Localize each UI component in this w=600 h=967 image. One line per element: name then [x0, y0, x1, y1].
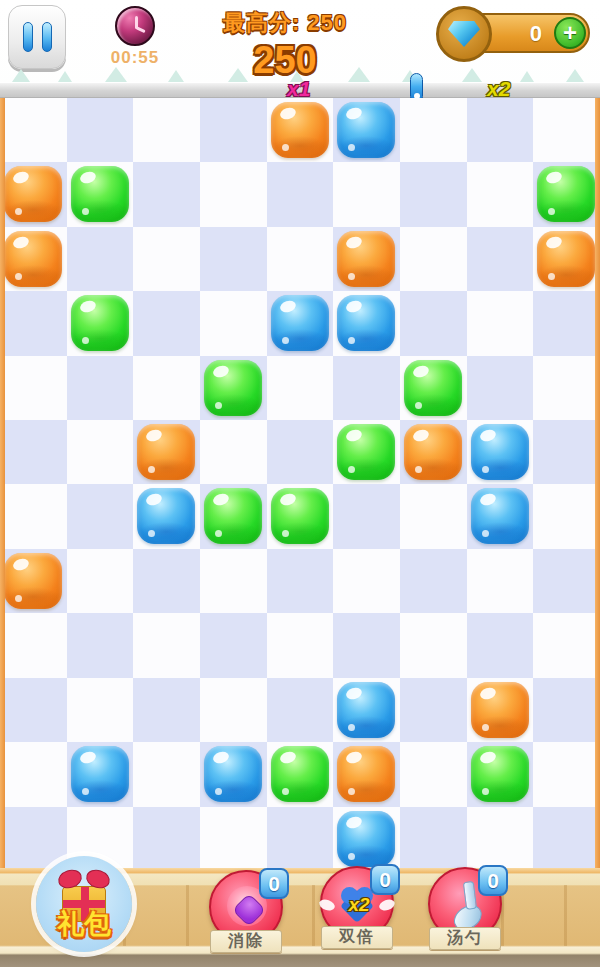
- add-gems-button[interactable]: +: [554, 17, 586, 49]
- board-cell: [133, 484, 200, 548]
- board-cell: [67, 420, 134, 484]
- double-label: 双倍: [321, 926, 393, 949]
- board-cell: [200, 807, 267, 871]
- board-cell: [0, 742, 67, 806]
- board-cell: [467, 484, 534, 548]
- piece-blue[interactable]: [471, 488, 529, 544]
- board-cell: [333, 484, 400, 548]
- board-cell: [467, 678, 534, 742]
- piece-blue[interactable]: [204, 746, 262, 802]
- board-cell: [0, 613, 67, 677]
- board-cell: [0, 291, 67, 355]
- board-cell: [0, 227, 67, 291]
- board-cell: [467, 420, 534, 484]
- board-cell: [400, 227, 467, 291]
- piece-green[interactable]: [71, 295, 129, 351]
- board-cell: [400, 356, 467, 420]
- board-cell: [533, 613, 600, 677]
- board-cell: [533, 98, 600, 162]
- piece-blue[interactable]: [137, 488, 195, 544]
- board-cell: [267, 291, 334, 355]
- board-cell: [267, 549, 334, 613]
- board-cell: [333, 807, 400, 871]
- board-cell: [200, 613, 267, 677]
- board-cell: [133, 549, 200, 613]
- board-cell: [400, 742, 467, 806]
- board-cell: [133, 356, 200, 420]
- board-cell: [133, 807, 200, 871]
- board-cell: [200, 356, 267, 420]
- double-count-badge: 0: [370, 864, 400, 895]
- board-cell: [200, 227, 267, 291]
- board-cell: [267, 98, 334, 162]
- piece-blue[interactable]: [71, 746, 129, 802]
- board-cell: [133, 613, 200, 677]
- board-cell: [467, 549, 534, 613]
- board-cell: [200, 98, 267, 162]
- board-cell: [400, 291, 467, 355]
- board-cell: [400, 420, 467, 484]
- piece-orange[interactable]: [337, 231, 395, 287]
- multiplier-bar: x1 x2: [0, 82, 600, 98]
- piece-green[interactable]: [271, 746, 329, 802]
- board-cell: [200, 742, 267, 806]
- board-cell: [533, 162, 600, 226]
- piece-blue[interactable]: [337, 102, 395, 158]
- board-cell: [200, 549, 267, 613]
- gift-label: 礼包: [36, 906, 132, 942]
- board-cell: [467, 807, 534, 871]
- piece-green[interactable]: [204, 360, 262, 416]
- board-cell: [67, 484, 134, 548]
- board-cell: [0, 98, 67, 162]
- board-cell: [333, 678, 400, 742]
- board-cell: [467, 162, 534, 226]
- piece-blue[interactable]: [337, 811, 395, 867]
- pause-button[interactable]: [8, 5, 66, 69]
- board-cell: [133, 162, 200, 226]
- board-cell: [267, 742, 334, 806]
- powerup-double: x2 0 双倍: [320, 866, 394, 949]
- gem-counter: 0 +: [452, 13, 590, 53]
- board-cell: [133, 98, 200, 162]
- board-cell: [200, 678, 267, 742]
- board-cell: [467, 356, 534, 420]
- board-cell: [467, 613, 534, 677]
- board-cell: [467, 227, 534, 291]
- double-x2-text: x2: [322, 894, 396, 916]
- board-cell: [67, 678, 134, 742]
- board-cell: [333, 356, 400, 420]
- powerup-eliminate: 0 消除: [209, 870, 283, 953]
- piece-blue[interactable]: [337, 682, 395, 738]
- board-cell: [267, 356, 334, 420]
- piece-orange[interactable]: [404, 424, 462, 480]
- board-cell: [67, 549, 134, 613]
- board-frame-left: [0, 98, 5, 871]
- board-cell: [267, 227, 334, 291]
- piece-orange[interactable]: [4, 166, 62, 222]
- board-cell: [67, 227, 134, 291]
- board-cell: [200, 420, 267, 484]
- timer-widget: 00:55: [99, 6, 171, 68]
- piece-blue[interactable]: [271, 295, 329, 351]
- board-cell: [333, 420, 400, 484]
- board-cell: [533, 484, 600, 548]
- piece-orange[interactable]: [537, 231, 595, 287]
- board-cell: [133, 227, 200, 291]
- board-cell: [333, 98, 400, 162]
- board-cell: [533, 807, 600, 871]
- board-cell: [133, 291, 200, 355]
- clock-icon: [115, 6, 155, 46]
- board-cell: [200, 484, 267, 548]
- gem-circle: [436, 6, 492, 62]
- board-cell: [400, 162, 467, 226]
- high-score: 最高分: 250: [185, 8, 385, 38]
- board-cell: [0, 484, 67, 548]
- piece-green[interactable]: [404, 360, 462, 416]
- board-cell: [133, 420, 200, 484]
- board-cell: [533, 742, 600, 806]
- board-cell: [400, 613, 467, 677]
- board-cell: [67, 613, 134, 677]
- piece-green[interactable]: [71, 166, 129, 222]
- board-cell: [467, 98, 534, 162]
- board-cell: [267, 807, 334, 871]
- board-cell: [67, 98, 134, 162]
- board-cell: [267, 678, 334, 742]
- diamond-icon: [448, 21, 480, 47]
- piece-orange[interactable]: [4, 231, 62, 287]
- piece-green[interactable]: [337, 424, 395, 480]
- board-cell: [200, 162, 267, 226]
- board-cell: [0, 420, 67, 484]
- board-cell: [533, 420, 600, 484]
- board-cell: [333, 742, 400, 806]
- high-score-label: 最高分:: [223, 10, 300, 35]
- pause-icon: [23, 22, 33, 52]
- game-board: [0, 98, 600, 871]
- candy-gem-icon: [232, 893, 266, 927]
- board-cell: [533, 549, 600, 613]
- board-cell: [400, 678, 467, 742]
- board-cell: [533, 356, 600, 420]
- board-cell: [333, 291, 400, 355]
- board-cell: [400, 549, 467, 613]
- piece-orange[interactable]: [337, 746, 395, 802]
- piece-orange[interactable]: [271, 102, 329, 158]
- board-cell: [533, 291, 600, 355]
- board-cell: [67, 162, 134, 226]
- board-cell: [533, 227, 600, 291]
- piece-orange[interactable]: [4, 553, 62, 609]
- eliminate-count-badge: 0: [259, 868, 289, 899]
- gift-bow-icon: [58, 870, 110, 888]
- board-cell: [467, 291, 534, 355]
- spoon-label: 汤勺: [429, 927, 501, 950]
- board-cell: [533, 678, 600, 742]
- board-cell: [467, 742, 534, 806]
- gift-pack-button[interactable]: 礼包: [36, 856, 132, 952]
- pause-icon: [42, 22, 52, 52]
- powerup-spoon: 0 汤勺: [428, 867, 502, 950]
- bottom-toolbar: 礼包 0 消除 x2 0 双倍 0 汤勺: [0, 868, 600, 967]
- board-cell: [0, 356, 67, 420]
- piece-blue[interactable]: [471, 424, 529, 480]
- piece-green[interactable]: [271, 488, 329, 544]
- piece-orange[interactable]: [137, 424, 195, 480]
- piece-green[interactable]: [471, 746, 529, 802]
- board-cell: [333, 613, 400, 677]
- board-cell: [67, 291, 134, 355]
- board-cell: [333, 227, 400, 291]
- board-cell: [267, 613, 334, 677]
- board-cell: [0, 678, 67, 742]
- game-screen: 00:55 最高分: 250 250 0 + x1 x2 礼包: [0, 0, 600, 967]
- board-cell: [400, 484, 467, 548]
- gem-count: 0: [530, 21, 542, 47]
- piece-green[interactable]: [537, 166, 595, 222]
- board-cell: [200, 291, 267, 355]
- board-frame-right: [595, 98, 600, 871]
- board-cell: [400, 807, 467, 871]
- board-cell: [133, 742, 200, 806]
- board-cell: [67, 356, 134, 420]
- board-cell: [67, 742, 134, 806]
- spoon-count-badge: 0: [478, 865, 508, 896]
- eliminate-label: 消除: [210, 930, 282, 953]
- board-cell: [267, 420, 334, 484]
- board-cell: [0, 549, 67, 613]
- piece-orange[interactable]: [471, 682, 529, 738]
- high-score-value: 250: [307, 10, 347, 35]
- board-cell: [267, 162, 334, 226]
- board-cell: [333, 162, 400, 226]
- board-cell: [0, 162, 67, 226]
- board-cell: [0, 807, 67, 871]
- board-cell: [333, 549, 400, 613]
- board-cell: [133, 678, 200, 742]
- board-cell: [267, 484, 334, 548]
- piece-blue[interactable]: [337, 295, 395, 351]
- board-cell: [400, 98, 467, 162]
- piece-green[interactable]: [204, 488, 262, 544]
